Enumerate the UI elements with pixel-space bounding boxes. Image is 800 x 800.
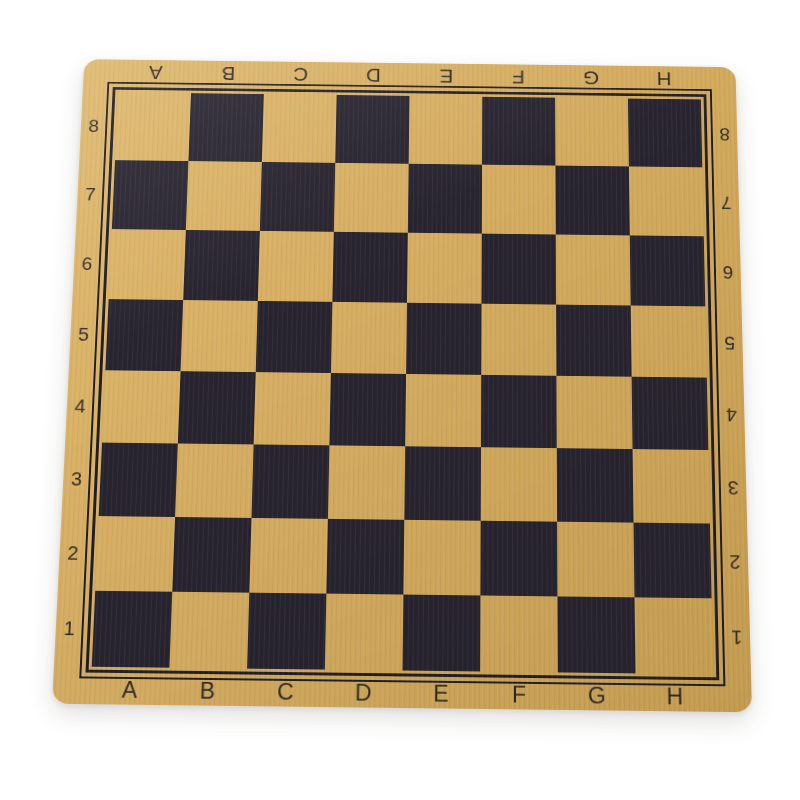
rank-label-text: 4 [726, 403, 737, 424]
square-a6[interactable] [109, 229, 186, 300]
square-b2[interactable] [172, 517, 251, 593]
photo-background: ABCDEFGH ABCDEFGH 87654321 87654321 [0, 0, 800, 800]
chess-board-grid [92, 92, 713, 674]
chess-board-mat: ABCDEFGH ABCDEFGH 87654321 87654321 [52, 59, 752, 712]
rank-label-text: 1 [63, 617, 75, 640]
square-d8[interactable] [335, 95, 409, 164]
file-label-text: A [148, 60, 163, 82]
file-label-text: H [666, 683, 683, 710]
rank-label-right-1: 1 [722, 598, 751, 674]
file-label-text: B [221, 61, 235, 84]
square-d4[interactable] [329, 373, 406, 446]
square-g7[interactable] [555, 166, 629, 236]
file-label-bottom-f: F [480, 679, 558, 710]
file-label-text: C [277, 678, 294, 705]
square-h7[interactable] [629, 166, 704, 236]
square-f2[interactable] [480, 521, 557, 597]
square-b6[interactable] [183, 230, 260, 301]
file-label-bottom-c: C [246, 676, 325, 707]
file-label-top-d: D [337, 62, 410, 86]
rank-label-right-7: 7 [713, 167, 740, 236]
square-c2[interactable] [249, 518, 328, 594]
rank-label-text: 6 [81, 253, 93, 274]
square-f5[interactable] [481, 304, 556, 376]
square-h6[interactable] [630, 235, 705, 306]
rank-label-text: 3 [71, 468, 83, 490]
square-d7[interactable] [334, 163, 409, 233]
file-label-text: H [656, 67, 671, 90]
square-b1[interactable] [169, 592, 249, 669]
file-label-bottom-b: B [168, 676, 247, 707]
square-h3[interactable] [633, 449, 710, 523]
file-label-top-a: A [119, 60, 193, 84]
square-d3[interactable] [328, 445, 405, 519]
rank-label-left-5: 5 [69, 299, 98, 370]
square-b7[interactable] [186, 161, 262, 231]
square-h2[interactable] [634, 523, 712, 599]
rank-label-left-6: 6 [72, 229, 101, 299]
square-e8[interactable] [409, 96, 483, 165]
file-label-text: C [293, 62, 308, 85]
rank-label-text: 4 [74, 395, 86, 416]
square-d5[interactable] [331, 302, 407, 374]
rank-label-text: 5 [724, 332, 735, 353]
square-a8[interactable] [115, 92, 191, 161]
square-a2[interactable] [95, 516, 175, 592]
square-a5[interactable] [105, 299, 183, 371]
square-b8[interactable] [188, 93, 263, 162]
file-label-bottom-h: H [636, 681, 714, 712]
square-g8[interactable] [555, 98, 629, 167]
square-h5[interactable] [631, 305, 707, 377]
square-c8[interactable] [262, 94, 337, 163]
file-label-top-c: C [264, 61, 337, 85]
square-c6[interactable] [258, 231, 334, 302]
square-g5[interactable] [556, 305, 632, 377]
square-e2[interactable] [403, 520, 480, 596]
file-label-top-b: B [191, 61, 264, 85]
rank-label-left-8: 8 [79, 92, 108, 160]
rank-label-text: 2 [729, 550, 740, 572]
file-label-text: F [512, 681, 526, 708]
square-c7[interactable] [260, 162, 335, 232]
square-e6[interactable] [407, 233, 482, 304]
file-label-text: G [583, 66, 599, 89]
square-c3[interactable] [251, 444, 329, 518]
rank-label-right-4: 4 [717, 378, 745, 451]
file-label-text: D [366, 63, 381, 86]
file-label-top-g: G [555, 65, 628, 89]
rank-label-text: 5 [78, 324, 90, 345]
file-label-bottom-e: E [402, 678, 480, 709]
rank-label-right-8: 8 [711, 100, 738, 168]
square-b3[interactable] [175, 444, 254, 518]
file-label-text: F [512, 65, 525, 87]
file-label-top-h: H [628, 66, 701, 90]
rank-label-left-1: 1 [54, 590, 84, 666]
square-f3[interactable] [481, 447, 557, 521]
square-f4[interactable] [481, 375, 557, 448]
square-f1[interactable] [480, 595, 558, 672]
square-a7[interactable] [112, 160, 189, 230]
square-g4[interactable] [556, 376, 632, 449]
square-h4[interactable] [632, 377, 709, 450]
file-label-top-e: E [410, 63, 483, 87]
square-d1[interactable] [325, 594, 404, 671]
square-e7[interactable] [408, 164, 482, 234]
rank-label-text: 6 [722, 261, 733, 282]
square-f7[interactable] [482, 165, 556, 235]
square-g3[interactable] [557, 448, 634, 522]
square-e3[interactable] [404, 446, 481, 520]
file-label-text: D [355, 679, 372, 706]
square-a1[interactable] [92, 591, 173, 668]
rank-label-left-2: 2 [58, 516, 88, 591]
square-h8[interactable] [628, 99, 702, 168]
square-a3[interactable] [99, 443, 178, 517]
square-c5[interactable] [256, 301, 333, 373]
square-f6[interactable] [482, 234, 557, 305]
file-label-text: A [121, 676, 137, 703]
rank-label-text: 2 [67, 542, 79, 564]
square-c1[interactable] [247, 593, 326, 670]
file-label-top-f: F [482, 64, 555, 88]
square-b5[interactable] [181, 300, 258, 372]
square-c4[interactable] [254, 372, 331, 445]
rank-label-text: 7 [721, 192, 732, 212]
square-g1[interactable] [557, 596, 635, 673]
file-label-text: E [433, 680, 449, 707]
rank-label-text: 3 [727, 476, 738, 498]
rank-label-text: 1 [731, 625, 743, 648]
square-h1[interactable] [634, 597, 713, 674]
square-e1[interactable] [402, 595, 480, 672]
square-f8[interactable] [482, 97, 555, 166]
file-label-text: B [199, 677, 215, 704]
square-e5[interactable] [406, 303, 481, 375]
file-label-bottom-a: A [90, 675, 169, 706]
rank-label-text: 8 [88, 116, 99, 136]
rank-label-right-5: 5 [716, 307, 744, 379]
file-label-bottom-d: D [324, 677, 402, 708]
file-label-bottom-g: G [558, 680, 636, 711]
square-d2[interactable] [326, 519, 404, 595]
square-d6[interactable] [332, 232, 407, 303]
rank-label-left-3: 3 [61, 442, 91, 516]
rank-label-text: 8 [719, 123, 730, 143]
file-label-text: E [439, 64, 453, 87]
square-b4[interactable] [178, 371, 256, 444]
rank-label-left-7: 7 [76, 160, 105, 229]
square-e4[interactable] [405, 374, 481, 447]
rank-label-right-6: 6 [714, 236, 741, 306]
rank-label-right-3: 3 [719, 450, 747, 524]
rank-label-left-4: 4 [65, 370, 95, 443]
square-g6[interactable] [556, 235, 631, 306]
file-labels-bottom: ABCDEFGH [90, 675, 714, 712]
square-g2[interactable] [557, 522, 634, 598]
rank-label-right-2: 2 [721, 524, 749, 599]
file-label-text: G [588, 682, 606, 709]
rank-label-text: 7 [85, 184, 96, 204]
square-a4[interactable] [102, 370, 181, 443]
